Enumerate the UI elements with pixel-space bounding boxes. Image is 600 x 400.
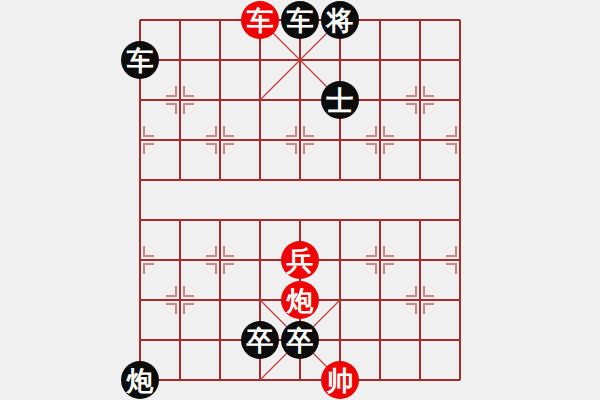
piece-black-general[interactable]: 将 [321, 1, 359, 39]
piece-black-advisor[interactable]: 士 [321, 81, 359, 119]
piece-black-soldier[interactable]: 卒 [241, 321, 279, 359]
xiangqi-board[interactable]: 车车将车士兵炮卒卒炮帅 [120, 0, 480, 400]
piece-red-chariot[interactable]: 车 [241, 1, 279, 39]
piece-red-cannon[interactable]: 炮 [281, 281, 319, 319]
piece-red-soldier[interactable]: 兵 [281, 241, 319, 279]
piece-black-chariot[interactable]: 车 [281, 1, 319, 39]
xiangqi-app: 车车将车士兵炮卒卒炮帅 [0, 0, 600, 400]
piece-black-soldier[interactable]: 卒 [281, 321, 319, 359]
piece-black-chariot[interactable]: 车 [121, 41, 159, 79]
piece-black-cannon[interactable]: 炮 [121, 361, 159, 399]
piece-red-general[interactable]: 帅 [321, 361, 359, 399]
